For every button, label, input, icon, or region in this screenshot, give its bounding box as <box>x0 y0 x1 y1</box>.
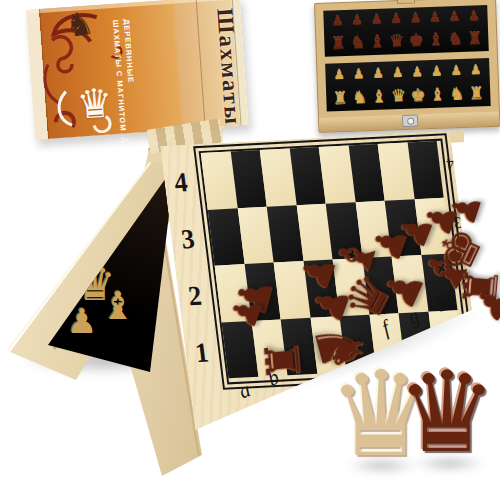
magnetic-dark-piece-wrap: ♜ <box>257 336 309 383</box>
magnetic-dark-piece: ♜ <box>257 336 309 383</box>
dark-queen-wrap: ♛ <box>397 356 497 468</box>
dark-queen-piece: ♛ <box>397 356 497 468</box>
loose-pieces-overlay: ♟♟♝♟♟♟♟♚♝♜♟♟♛♟♞♜♟♛♛ <box>0 0 500 500</box>
product-photo: ♞ ♛ ДЕРЕВЯННЫЕ ШАХМАТЫ С МАГНИТОМ♙ Шахма… <box>0 0 500 500</box>
